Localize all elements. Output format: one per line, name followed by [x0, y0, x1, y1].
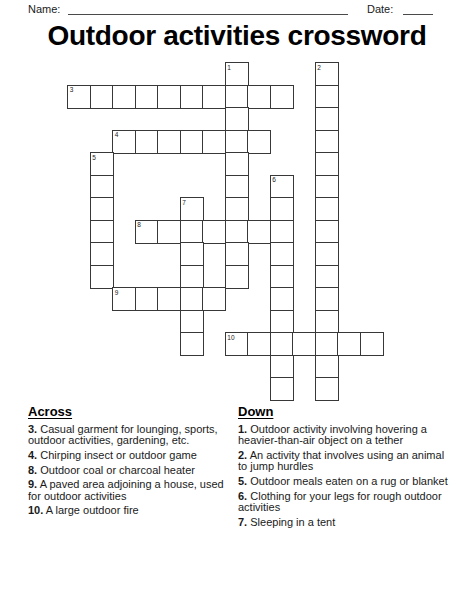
- clue-across-9: 9. A paved area adjoining a house, used …: [28, 479, 235, 501]
- date-blank-line[interactable]: [403, 2, 433, 15]
- across-header: Across: [28, 404, 235, 419]
- grid-cell-r3c7[interactable]: [225, 130, 249, 154]
- grid-cell-r9c5[interactable]: [180, 265, 204, 289]
- grid-cell-r9c7[interactable]: [225, 265, 249, 289]
- clue-down-1: 1. Outdoor activity involving hovering a…: [238, 424, 452, 446]
- grid-cell-r11c11[interactable]: [315, 310, 339, 334]
- grid-cell-r0c11[interactable]: 2: [315, 62, 339, 86]
- grid-cell-r7c7[interactable]: [225, 220, 249, 244]
- grid-cell-r13c11[interactable]: [315, 355, 339, 379]
- clue-number-label: 1.: [238, 423, 247, 435]
- clue-down-5: 5. Outdoor meals eaten on a rug or blank…: [238, 476, 452, 487]
- crossword-worksheet: Name: Date: Outdoor activities crossword…: [0, 0, 474, 613]
- clue-number-label: 9.: [28, 478, 37, 490]
- grid-cell-r8c1[interactable]: [90, 242, 114, 266]
- grid-cell-r11c9[interactable]: [270, 310, 294, 334]
- grid-cell-r6c7[interactable]: [225, 197, 249, 221]
- grid-cell-r7c1[interactable]: [90, 220, 114, 244]
- grid-number-9: 9: [115, 289, 119, 296]
- grid-cell-r7c6[interactable]: [202, 220, 226, 244]
- grid-cell-r7c5[interactable]: [180, 220, 204, 244]
- grid-cell-r10c4[interactable]: [157, 287, 181, 311]
- clue-across-10: 10. A large outdoor fire: [28, 505, 235, 516]
- grid-number-8: 8: [137, 221, 141, 228]
- clue-down-7: 7. Sleeping in a tent: [238, 517, 452, 528]
- grid-cell-r7c3[interactable]: 8: [135, 220, 159, 244]
- grid-cell-r8c9[interactable]: [270, 242, 294, 266]
- grid-cell-r0c7[interactable]: 1: [225, 62, 249, 86]
- puzzle-title: Outdoor activities crossword: [0, 20, 474, 52]
- down-clue-list: 1. Outdoor activity involving hovering a…: [238, 424, 452, 528]
- grid-cell-r1c1[interactable]: [90, 85, 114, 109]
- clue-down-6: 6. Clothing for your legs for rough outd…: [238, 491, 452, 513]
- grid-cell-r10c2[interactable]: 9: [112, 287, 136, 311]
- grid-cell-r6c9[interactable]: [270, 197, 294, 221]
- clue-down-2: 2. An activity that involves using an an…: [238, 450, 452, 472]
- grid-cell-r11c5[interactable]: [180, 310, 204, 334]
- grid-cell-r10c9[interactable]: [270, 287, 294, 311]
- down-header: Down: [238, 404, 452, 419]
- grid-cell-r14c9[interactable]: [270, 377, 294, 401]
- grid-cell-r3c3[interactable]: [135, 130, 159, 154]
- grid-cell-r9c11[interactable]: [315, 265, 339, 289]
- grid-number-10: 10: [227, 334, 234, 341]
- grid-cell-r7c8[interactable]: [247, 220, 271, 244]
- clue-number-label: 6.: [238, 490, 247, 502]
- name-blank-line[interactable]: [68, 2, 348, 15]
- grid-cell-r1c8[interactable]: [247, 85, 271, 109]
- grid-cell-r12c12[interactable]: [337, 332, 361, 356]
- grid-cell-r4c11[interactable]: [315, 152, 339, 176]
- grid-cell-r3c6[interactable]: [202, 130, 226, 154]
- grid-cell-r1c0[interactable]: 3: [67, 85, 91, 109]
- clue-across-4: 4. Chirping insect or outdoor game: [28, 450, 235, 461]
- grid-cell-r9c9[interactable]: [270, 265, 294, 289]
- grid-cell-r10c3[interactable]: [135, 287, 159, 311]
- grid-cell-r12c7[interactable]: 10: [225, 332, 249, 356]
- grid-cell-r12c11[interactable]: [315, 332, 339, 356]
- grid-cell-r13c9[interactable]: [270, 355, 294, 379]
- grid-cell-r9c1[interactable]: [90, 265, 114, 289]
- grid-cell-r7c11[interactable]: [315, 220, 339, 244]
- grid-cell-r12c8[interactable]: [247, 332, 271, 356]
- grid-cell-r5c1[interactable]: [90, 175, 114, 199]
- grid-cell-r7c9[interactable]: [270, 220, 294, 244]
- grid-cell-r6c5[interactable]: 7: [180, 197, 204, 221]
- grid-cell-r5c9[interactable]: 6: [270, 175, 294, 199]
- grid-cell-r12c13[interactable]: [360, 332, 384, 356]
- grid-number-2: 2: [317, 64, 321, 71]
- grid-cell-r12c5[interactable]: [180, 332, 204, 356]
- grid-cell-r1c7[interactable]: [225, 85, 249, 109]
- grid-cell-r7c4[interactable]: [157, 220, 181, 244]
- grid-number-6: 6: [272, 176, 276, 183]
- clue-number-label: 4.: [28, 449, 37, 461]
- across-clue-list: 3. Casual garment for lounging, sports, …: [28, 424, 235, 517]
- grid-number-7: 7: [182, 199, 186, 206]
- grid-cell-r3c5[interactable]: [180, 130, 204, 154]
- grid-cell-r10c5[interactable]: [180, 287, 204, 311]
- grid-cell-r1c6[interactable]: [202, 85, 226, 109]
- grid-cell-r12c9[interactable]: [270, 332, 294, 356]
- grid-cell-r8c7[interactable]: [225, 242, 249, 266]
- clue-across-3: 3. Casual garment for lounging, sports, …: [28, 424, 235, 446]
- grid-number-5: 5: [92, 154, 96, 161]
- grid-cell-r8c5[interactable]: [180, 242, 204, 266]
- grid-cell-r1c11[interactable]: [315, 85, 339, 109]
- across-clues-section: Across 3. Casual garment for lounging, s…: [28, 404, 235, 520]
- clue-across-8: 8. Outdoor coal or charcoal heater: [28, 465, 235, 476]
- clue-number-label: 5.: [238, 475, 247, 487]
- grid-cell-r1c9[interactable]: [270, 85, 294, 109]
- grid-cell-r6c11[interactable]: [315, 197, 339, 221]
- grid-cell-r1c3[interactable]: [135, 85, 159, 109]
- grid-cell-r3c8[interactable]: [247, 130, 271, 154]
- grid-number-4: 4: [115, 131, 119, 138]
- grid-cell-r5c7[interactable]: [225, 175, 249, 199]
- grid-cell-r5c11[interactable]: [315, 175, 339, 199]
- grid-cell-r14c11[interactable]: [315, 377, 339, 401]
- date-label: Date:: [367, 3, 393, 15]
- clue-number-label: 8.: [28, 464, 37, 476]
- grid-cell-r1c2[interactable]: [112, 85, 136, 109]
- grid-cell-r6c1[interactable]: [90, 197, 114, 221]
- clue-number-label: 2.: [238, 449, 247, 461]
- grid-cell-r10c11[interactable]: [315, 287, 339, 311]
- grid-number-3: 3: [70, 86, 74, 93]
- grid-cell-r3c11[interactable]: [315, 130, 339, 154]
- grid-number-1: 1: [227, 64, 231, 71]
- grid-cell-r12c10[interactable]: [292, 332, 316, 356]
- grid-cell-r4c7[interactable]: [225, 152, 249, 176]
- down-clues-section: Down 1. Outdoor activity involving hover…: [238, 404, 452, 531]
- clue-number-label: 3.: [28, 423, 37, 435]
- grid-cell-r10c6[interactable]: [202, 287, 226, 311]
- clue-number-label: 10.: [28, 504, 43, 516]
- grid-cell-r3c2[interactable]: 4: [112, 130, 136, 154]
- crossword-grid: 12345678910: [68, 63, 383, 401]
- grid-cell-r2c7[interactable]: [225, 107, 249, 131]
- grid-cell-r2c11[interactable]: [315, 107, 339, 131]
- name-label: Name:: [28, 3, 60, 15]
- grid-cell-r4c1[interactable]: 5: [90, 152, 114, 176]
- grid-cell-r1c4[interactable]: [157, 85, 181, 109]
- grid-cell-r8c11[interactable]: [315, 242, 339, 266]
- grid-cell-r3c4[interactable]: [157, 130, 181, 154]
- clue-number-label: 7.: [238, 516, 247, 528]
- grid-cell-r1c5[interactable]: [180, 85, 204, 109]
